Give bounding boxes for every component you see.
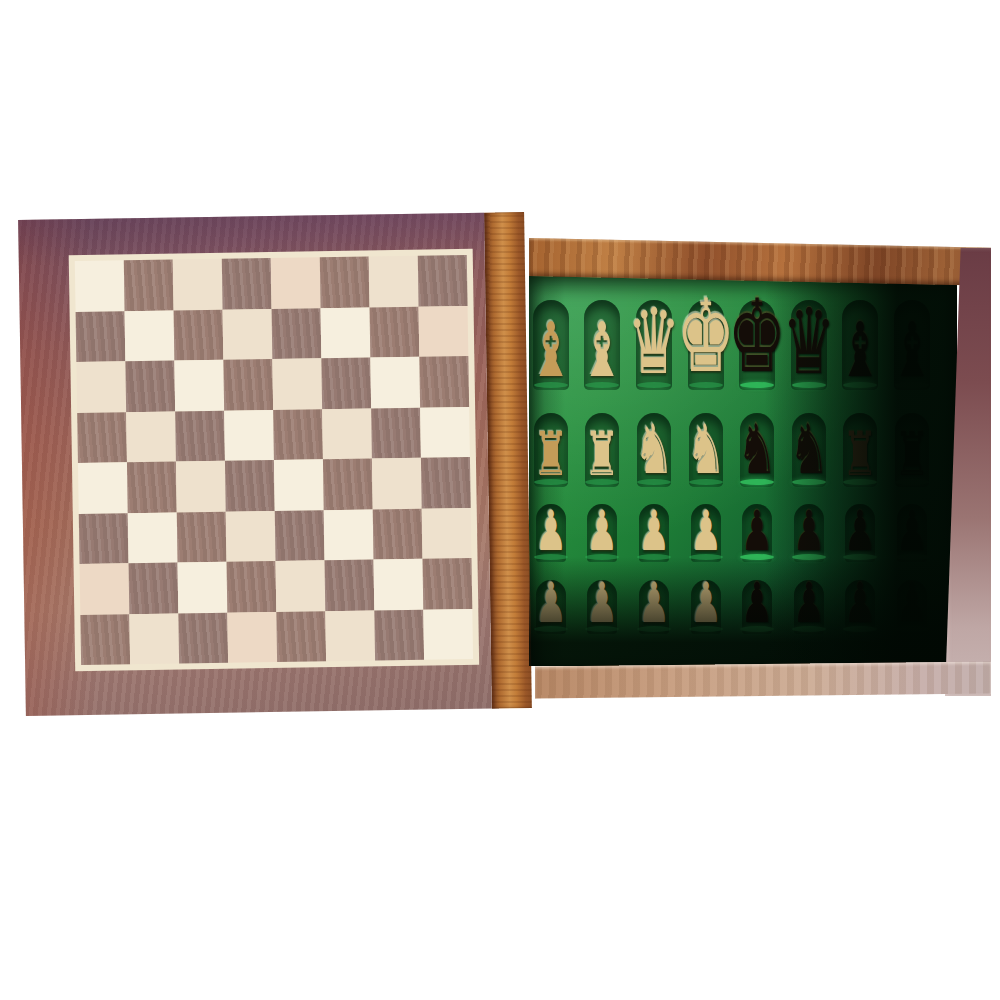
square-h2[interactable]	[423, 558, 473, 609]
square-h6[interactable]	[419, 356, 469, 407]
black-pawn-glyph: ♟	[793, 504, 825, 559]
square-b2[interactable]	[129, 563, 179, 614]
black-bishop[interactable]: ♝	[886, 293, 938, 388]
black-pawn-glyph: ♟	[896, 504, 928, 559]
square-e8[interactable]	[271, 257, 321, 308]
black-knight-glyph: ♞	[789, 416, 829, 484]
square-b4[interactable]	[127, 462, 177, 513]
white-pawn-glyph: ♟	[689, 504, 721, 559]
square-g6[interactable]	[370, 357, 420, 408]
black-pawn[interactable]: ♟	[783, 498, 835, 560]
white-queen[interactable]: ♛	[628, 293, 680, 388]
white-rook[interactable]: ♜	[577, 405, 629, 485]
square-c6[interactable]	[174, 360, 224, 411]
white-pawn-glyph: ♟	[586, 504, 618, 559]
white-knight-glyph: ♞	[686, 416, 726, 484]
board-inlay-border	[69, 249, 479, 671]
white-rook-glyph: ♜	[533, 424, 568, 484]
square-b5[interactable]	[126, 411, 176, 462]
square-a1[interactable]	[80, 614, 130, 665]
square-c2[interactable]	[178, 562, 228, 613]
square-h8[interactable]	[418, 255, 468, 306]
square-e1[interactable]	[276, 611, 326, 662]
black-knight-glyph: ♞	[737, 416, 777, 484]
black-knight[interactable]: ♞	[783, 405, 835, 485]
storage-box: ♝♝♛♚♚♛♝♝♜♜♞♞♞♞♜♜♟♟♟♟♟♟♟♟♟♟♟♟♟♟♟♟	[529, 238, 991, 696]
square-a2[interactable]	[80, 563, 130, 614]
square-b6[interactable]	[125, 361, 175, 412]
black-pawn-glyph: ♟	[741, 576, 773, 631]
black-queen-glyph: ♛	[782, 296, 835, 387]
tray-row-3: ♟♟♟♟♟♟♟♟	[525, 498, 938, 560]
square-e3[interactable]	[275, 510, 325, 561]
square-h5[interactable]	[420, 406, 470, 457]
square-e6[interactable]	[272, 358, 322, 409]
square-h3[interactable]	[422, 507, 472, 558]
square-h4[interactable]	[421, 457, 471, 508]
white-bishop-glyph: ♝	[529, 311, 573, 387]
square-g3[interactable]	[373, 508, 423, 559]
white-bishop[interactable]: ♝	[577, 293, 629, 388]
black-rook[interactable]: ♜	[886, 405, 938, 485]
black-rook-glyph: ♜	[894, 424, 929, 484]
black-rook-glyph: ♜	[843, 424, 878, 484]
square-a8[interactable]	[75, 260, 125, 311]
black-bishop-glyph: ♝	[890, 311, 934, 387]
square-b1[interactable]	[129, 613, 179, 664]
square-a5[interactable]	[77, 412, 127, 463]
white-rook[interactable]: ♜	[525, 405, 577, 485]
square-d1[interactable]	[227, 611, 277, 662]
square-g7[interactable]	[370, 306, 420, 357]
white-knight[interactable]: ♞	[680, 405, 732, 485]
square-b7[interactable]	[125, 310, 175, 361]
square-f5[interactable]	[322, 408, 372, 459]
square-c1[interactable]	[178, 612, 228, 663]
square-a4[interactable]	[78, 462, 128, 513]
black-king-glyph: ♚	[728, 286, 787, 387]
black-bishop-glyph: ♝	[838, 311, 882, 387]
square-b8[interactable]	[124, 260, 174, 311]
black-pawn-glyph: ♟	[741, 504, 773, 559]
square-g1[interactable]	[374, 609, 424, 660]
black-pawn-glyph: ♟	[844, 576, 876, 631]
square-e7[interactable]	[272, 308, 322, 359]
tray-row-1: ♝♝♛♚♚♛♝♝	[525, 293, 938, 388]
white-pawn[interactable]: ♟	[525, 498, 577, 560]
square-d8[interactable]	[222, 258, 272, 309]
white-pawn[interactable]: ♟	[577, 498, 629, 560]
black-rook[interactable]: ♜	[835, 405, 887, 485]
white-knight[interactable]: ♞	[628, 405, 680, 485]
square-f8[interactable]	[320, 257, 370, 308]
square-e2[interactable]	[276, 560, 326, 611]
black-pawn-glyph: ♟	[793, 576, 825, 631]
white-rook-glyph: ♜	[585, 424, 620, 484]
tray-row-4: ♟♟♟♟♟♟♟♟	[525, 574, 938, 632]
white-pawn[interactable]: ♟	[628, 574, 680, 632]
black-pawn[interactable]: ♟	[783, 574, 835, 632]
black-king[interactable]: ♚	[731, 293, 783, 388]
chessboard	[75, 255, 473, 665]
square-e5[interactable]	[273, 409, 323, 460]
black-pawn-glyph: ♟	[896, 576, 928, 631]
square-g8[interactable]	[369, 256, 419, 307]
white-king-glyph: ♚	[676, 286, 735, 387]
white-pawn[interactable]: ♟	[525, 574, 577, 632]
square-a6[interactable]	[76, 361, 126, 412]
black-pawn[interactable]: ♟	[886, 574, 938, 632]
white-knight-glyph: ♞	[634, 416, 674, 484]
board-lid	[18, 212, 532, 716]
chess-box-set-photo: ♝♝♛♚♚♛♝♝♜♜♞♞♞♞♜♜♟♟♟♟♟♟♟♟♟♟♟♟♟♟♟♟	[0, 0, 1000, 1000]
square-e4[interactable]	[274, 459, 324, 510]
square-c5[interactable]	[175, 410, 225, 461]
square-g5[interactable]	[371, 407, 421, 458]
black-knight[interactable]: ♞	[731, 405, 783, 485]
black-bishop[interactable]: ♝	[835, 293, 887, 388]
white-bishop[interactable]: ♝	[525, 293, 577, 388]
white-pawn[interactable]: ♟	[577, 574, 629, 632]
white-pawn[interactable]: ♟	[680, 498, 732, 560]
box-bottom-rim	[535, 662, 991, 699]
white-pawn-glyph: ♟	[689, 576, 721, 631]
square-g2[interactable]	[374, 559, 424, 610]
square-c4[interactable]	[176, 461, 226, 512]
white-pawn-glyph: ♟	[638, 576, 670, 631]
square-f4[interactable]	[323, 458, 373, 509]
square-f3[interactable]	[324, 509, 374, 560]
black-pawn[interactable]: ♟	[835, 574, 887, 632]
square-d4[interactable]	[225, 460, 275, 511]
square-c7[interactable]	[174, 309, 224, 360]
square-f6[interactable]	[321, 357, 371, 408]
square-g4[interactable]	[372, 458, 422, 509]
black-pawn[interactable]: ♟	[731, 498, 783, 560]
square-f7[interactable]	[321, 307, 371, 358]
white-king[interactable]: ♚	[680, 293, 732, 388]
square-d2[interactable]	[227, 561, 277, 612]
white-pawn[interactable]: ♟	[628, 498, 680, 560]
square-a7[interactable]	[76, 311, 126, 362]
square-b3[interactable]	[128, 512, 178, 563]
square-a3[interactable]	[79, 513, 129, 564]
square-f2[interactable]	[325, 559, 375, 610]
white-pawn-glyph: ♟	[586, 576, 618, 631]
square-h7[interactable]	[419, 305, 469, 356]
black-pawn-glyph: ♟	[844, 504, 876, 559]
square-d7[interactable]	[223, 309, 273, 360]
white-queen-glyph: ♛	[628, 296, 681, 387]
black-queen[interactable]: ♛	[783, 293, 835, 388]
square-h1[interactable]	[423, 608, 473, 659]
white-pawn[interactable]: ♟	[680, 574, 732, 632]
white-bishop-glyph: ♝	[580, 311, 624, 387]
square-d5[interactable]	[224, 410, 274, 461]
board-frame	[18, 213, 492, 716]
felt-tray: ♝♝♛♚♚♛♝♝♜♜♞♞♞♞♜♜♟♟♟♟♟♟♟♟♟♟♟♟♟♟♟♟	[529, 276, 957, 666]
white-pawn-glyph: ♟	[638, 504, 670, 559]
square-c8[interactable]	[173, 259, 223, 310]
black-pawn[interactable]: ♟	[731, 574, 783, 632]
square-f1[interactable]	[325, 610, 375, 661]
white-pawn-glyph: ♟	[535, 576, 567, 631]
black-pawn[interactable]: ♟	[835, 498, 887, 560]
square-d6[interactable]	[223, 359, 273, 410]
black-pawn[interactable]: ♟	[886, 498, 938, 560]
square-c3[interactable]	[177, 511, 227, 562]
white-pawn-glyph: ♟	[535, 504, 567, 559]
square-d3[interactable]	[226, 511, 276, 562]
tray-row-2: ♜♜♞♞♞♞♜♜	[525, 405, 938, 485]
